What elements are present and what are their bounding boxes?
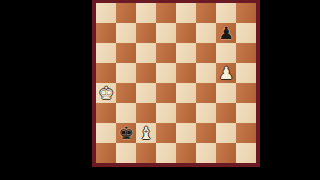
square-f3[interactable] bbox=[196, 103, 216, 123]
square-f8[interactable] bbox=[196, 3, 216, 23]
square-h1[interactable] bbox=[236, 143, 256, 163]
square-f6[interactable] bbox=[196, 43, 216, 63]
square-h7[interactable] bbox=[236, 23, 256, 43]
chess-board-frame: ♟♟♚♚♝ bbox=[92, 0, 260, 167]
square-e6[interactable] bbox=[176, 43, 196, 63]
square-b2[interactable]: ♚ bbox=[116, 123, 136, 143]
square-g6[interactable] bbox=[216, 43, 236, 63]
square-c8[interactable] bbox=[136, 3, 156, 23]
square-c4[interactable] bbox=[136, 83, 156, 103]
square-f4[interactable] bbox=[196, 83, 216, 103]
square-g2[interactable] bbox=[216, 123, 236, 143]
square-b1[interactable] bbox=[116, 143, 136, 163]
white-pawn[interactable]: ♟ bbox=[216, 63, 236, 83]
square-h4[interactable] bbox=[236, 83, 256, 103]
square-h3[interactable] bbox=[236, 103, 256, 123]
square-d2[interactable] bbox=[156, 123, 176, 143]
square-e1[interactable] bbox=[176, 143, 196, 163]
square-e5[interactable] bbox=[176, 63, 196, 83]
square-d3[interactable] bbox=[156, 103, 176, 123]
square-h8[interactable] bbox=[236, 3, 256, 23]
square-b7[interactable] bbox=[116, 23, 136, 43]
square-f2[interactable] bbox=[196, 123, 216, 143]
square-c5[interactable] bbox=[136, 63, 156, 83]
square-a8[interactable] bbox=[96, 3, 116, 23]
square-d5[interactable] bbox=[156, 63, 176, 83]
square-d8[interactable] bbox=[156, 3, 176, 23]
square-a4[interactable]: ♚ bbox=[96, 83, 116, 103]
letterbox-background: ♟♟♚♚♝ bbox=[0, 0, 320, 180]
square-g8[interactable] bbox=[216, 3, 236, 23]
square-a2[interactable] bbox=[96, 123, 116, 143]
square-c1[interactable] bbox=[136, 143, 156, 163]
square-b4[interactable] bbox=[116, 83, 136, 103]
square-a6[interactable] bbox=[96, 43, 116, 63]
square-b3[interactable] bbox=[116, 103, 136, 123]
square-g1[interactable] bbox=[216, 143, 236, 163]
square-a7[interactable] bbox=[96, 23, 116, 43]
square-h5[interactable] bbox=[236, 63, 256, 83]
square-b6[interactable] bbox=[116, 43, 136, 63]
chess-board[interactable]: ♟♟♚♚♝ bbox=[96, 3, 256, 163]
square-g4[interactable] bbox=[216, 83, 236, 103]
black-pawn[interactable]: ♟ bbox=[216, 23, 236, 43]
square-e8[interactable] bbox=[176, 3, 196, 23]
square-c6[interactable] bbox=[136, 43, 156, 63]
square-c7[interactable] bbox=[136, 23, 156, 43]
square-c3[interactable] bbox=[136, 103, 156, 123]
square-d1[interactable] bbox=[156, 143, 176, 163]
square-c2[interactable]: ♝ bbox=[136, 123, 156, 143]
black-king[interactable]: ♚ bbox=[116, 123, 136, 143]
square-e2[interactable] bbox=[176, 123, 196, 143]
square-b8[interactable] bbox=[116, 3, 136, 23]
square-g3[interactable] bbox=[216, 103, 236, 123]
square-d7[interactable] bbox=[156, 23, 176, 43]
square-e7[interactable] bbox=[176, 23, 196, 43]
square-f5[interactable] bbox=[196, 63, 216, 83]
square-a3[interactable] bbox=[96, 103, 116, 123]
square-g7[interactable]: ♟ bbox=[216, 23, 236, 43]
square-d6[interactable] bbox=[156, 43, 176, 63]
square-h2[interactable] bbox=[236, 123, 256, 143]
square-e4[interactable] bbox=[176, 83, 196, 103]
square-g5[interactable]: ♟ bbox=[216, 63, 236, 83]
square-f1[interactable] bbox=[196, 143, 216, 163]
square-d4[interactable] bbox=[156, 83, 176, 103]
square-h6[interactable] bbox=[236, 43, 256, 63]
square-a5[interactable] bbox=[96, 63, 116, 83]
square-b5[interactable] bbox=[116, 63, 136, 83]
square-e3[interactable] bbox=[176, 103, 196, 123]
square-f7[interactable] bbox=[196, 23, 216, 43]
white-bishop[interactable]: ♝ bbox=[136, 123, 156, 143]
square-a1[interactable] bbox=[96, 143, 116, 163]
white-king[interactable]: ♚ bbox=[96, 83, 116, 103]
